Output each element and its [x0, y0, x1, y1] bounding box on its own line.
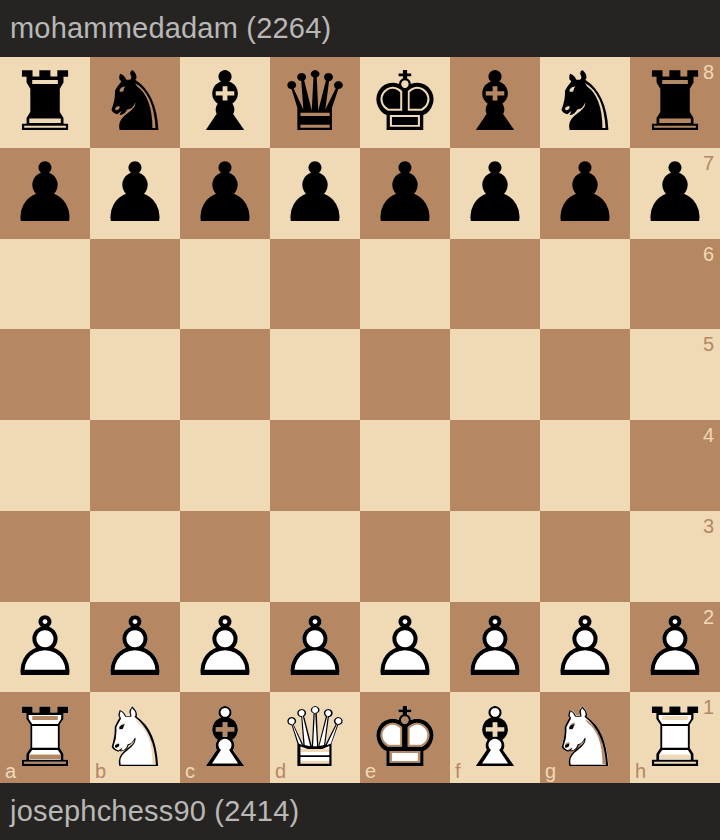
square-a8[interactable]: ♜ — [0, 57, 90, 148]
square-g8[interactable]: ♞ — [540, 57, 630, 148]
square-b6[interactable] — [90, 239, 180, 330]
player-bar-bottom: josephchess90 (2414) — [0, 783, 720, 840]
rank-label-4: 4 — [703, 425, 714, 445]
square-h3[interactable]: 3 — [630, 511, 720, 602]
square-f5[interactable] — [450, 329, 540, 420]
piece-white-pawn[interactable]: ♟♙ — [540, 602, 630, 693]
piece-white-rook[interactable]: ♜♖ — [630, 692, 720, 783]
piece-black-rook[interactable]: ♜ — [0, 57, 90, 148]
square-g3[interactable] — [540, 511, 630, 602]
square-e6[interactable] — [360, 239, 450, 330]
square-d5[interactable] — [270, 329, 360, 420]
piece-white-pawn[interactable]: ♟♙ — [630, 602, 720, 693]
square-d4[interactable] — [270, 420, 360, 511]
piece-white-queen[interactable]: ♛♕ — [270, 692, 360, 783]
square-d1[interactable]: d♛♕ — [270, 692, 360, 783]
square-c2[interactable]: ♟♙ — [180, 602, 270, 693]
piece-black-king[interactable]: ♚ — [360, 57, 450, 148]
top-player-name[interactable]: mohammedadam (2264) — [10, 12, 331, 45]
player-bar-top: mohammedadam (2264) — [0, 0, 720, 57]
chess-board: ♜♞♝♛♚♝♞8♜♟♟♟♟♟♟♟7♟6543♟♙♟♙♟♙♟♙♟♙♟♙♟♙2♟♙a… — [0, 57, 720, 783]
piece-black-queen[interactable]: ♛ — [270, 57, 360, 148]
square-f4[interactable] — [450, 420, 540, 511]
square-a1[interactable]: a♜♖ — [0, 692, 90, 783]
square-b8[interactable]: ♞ — [90, 57, 180, 148]
piece-black-knight[interactable]: ♞ — [90, 57, 180, 148]
square-g7[interactable]: ♟ — [540, 148, 630, 239]
square-h5[interactable]: 5 — [630, 329, 720, 420]
piece-white-knight[interactable]: ♞♘ — [540, 692, 630, 783]
square-g1[interactable]: g♞♘ — [540, 692, 630, 783]
square-f1[interactable]: f♝♗ — [450, 692, 540, 783]
square-b1[interactable]: b♞♘ — [90, 692, 180, 783]
piece-black-pawn[interactable]: ♟ — [360, 148, 450, 239]
piece-black-bishop[interactable]: ♝ — [450, 57, 540, 148]
piece-white-pawn[interactable]: ♟♙ — [360, 602, 450, 693]
square-f3[interactable] — [450, 511, 540, 602]
piece-white-bishop[interactable]: ♝♗ — [450, 692, 540, 783]
square-b3[interactable] — [90, 511, 180, 602]
square-b7[interactable]: ♟ — [90, 148, 180, 239]
bottom-player-name[interactable]: josephchess90 (2414) — [10, 795, 299, 828]
square-g4[interactable] — [540, 420, 630, 511]
square-h6[interactable]: 6 — [630, 239, 720, 330]
piece-white-rook[interactable]: ♜♖ — [0, 692, 90, 783]
piece-white-pawn[interactable]: ♟♙ — [90, 602, 180, 693]
square-e5[interactable] — [360, 329, 450, 420]
rank-label-6: 6 — [703, 244, 714, 264]
piece-black-bishop[interactable]: ♝ — [180, 57, 270, 148]
square-a5[interactable] — [0, 329, 90, 420]
square-a4[interactable] — [0, 420, 90, 511]
piece-black-knight[interactable]: ♞ — [540, 57, 630, 148]
square-f2[interactable]: ♟♙ — [450, 602, 540, 693]
piece-white-pawn[interactable]: ♟♙ — [450, 602, 540, 693]
square-h1[interactable]: 1h♜♖ — [630, 692, 720, 783]
piece-white-pawn[interactable]: ♟♙ — [0, 602, 90, 693]
piece-black-pawn[interactable]: ♟ — [270, 148, 360, 239]
piece-white-pawn[interactable]: ♟♙ — [180, 602, 270, 693]
square-h7[interactable]: 7♟ — [630, 148, 720, 239]
square-d3[interactable] — [270, 511, 360, 602]
square-g5[interactable] — [540, 329, 630, 420]
square-e7[interactable]: ♟ — [360, 148, 450, 239]
square-b4[interactable] — [90, 420, 180, 511]
square-b5[interactable] — [90, 329, 180, 420]
square-d6[interactable] — [270, 239, 360, 330]
square-f8[interactable]: ♝ — [450, 57, 540, 148]
square-a2[interactable]: ♟♙ — [0, 602, 90, 693]
square-e1[interactable]: e♚♔ — [360, 692, 450, 783]
square-e2[interactable]: ♟♙ — [360, 602, 450, 693]
square-a7[interactable]: ♟ — [0, 148, 90, 239]
piece-black-pawn[interactable]: ♟ — [630, 148, 720, 239]
piece-black-pawn[interactable]: ♟ — [90, 148, 180, 239]
square-h2[interactable]: 2♟♙ — [630, 602, 720, 693]
square-e4[interactable] — [360, 420, 450, 511]
piece-black-pawn[interactable]: ♟ — [540, 148, 630, 239]
square-c3[interactable] — [180, 511, 270, 602]
piece-black-pawn[interactable]: ♟ — [450, 148, 540, 239]
square-h4[interactable]: 4 — [630, 420, 720, 511]
square-f6[interactable] — [450, 239, 540, 330]
square-e3[interactable] — [360, 511, 450, 602]
square-c7[interactable]: ♟ — [180, 148, 270, 239]
piece-black-pawn[interactable]: ♟ — [0, 148, 90, 239]
square-a6[interactable] — [0, 239, 90, 330]
square-f7[interactable]: ♟ — [450, 148, 540, 239]
piece-black-rook[interactable]: ♜ — [630, 57, 720, 148]
square-d2[interactable]: ♟♙ — [270, 602, 360, 693]
piece-white-knight[interactable]: ♞♘ — [90, 692, 180, 783]
square-g6[interactable] — [540, 239, 630, 330]
square-g2[interactable]: ♟♙ — [540, 602, 630, 693]
square-c6[interactable] — [180, 239, 270, 330]
piece-white-bishop[interactable]: ♝♗ — [180, 692, 270, 783]
square-c5[interactable] — [180, 329, 270, 420]
square-c8[interactable]: ♝ — [180, 57, 270, 148]
square-d8[interactable]: ♛ — [270, 57, 360, 148]
piece-white-king[interactable]: ♚♔ — [360, 692, 450, 783]
square-c4[interactable] — [180, 420, 270, 511]
rank-label-3: 3 — [703, 516, 714, 536]
square-e8[interactable]: ♚ — [360, 57, 450, 148]
square-c1[interactable]: c♝♗ — [180, 692, 270, 783]
piece-black-pawn[interactable]: ♟ — [180, 148, 270, 239]
square-b2[interactable]: ♟♙ — [90, 602, 180, 693]
square-h8[interactable]: 8♜ — [630, 57, 720, 148]
square-d7[interactable]: ♟ — [270, 148, 360, 239]
piece-white-pawn[interactable]: ♟♙ — [270, 602, 360, 693]
square-a3[interactable] — [0, 511, 90, 602]
rank-label-5: 5 — [703, 334, 714, 354]
